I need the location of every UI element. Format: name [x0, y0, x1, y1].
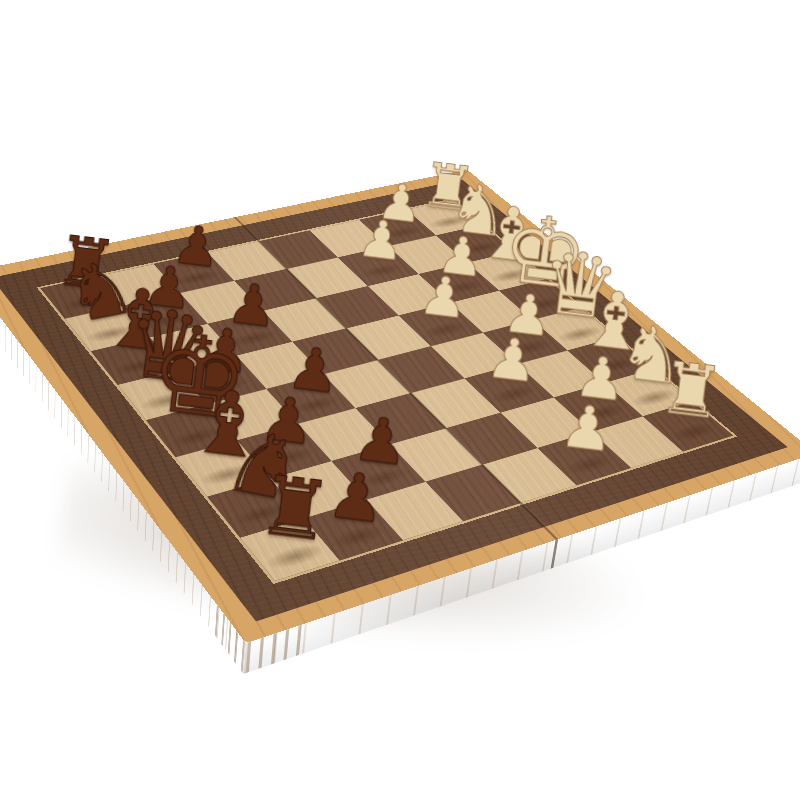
product-photo: ♜♟♟♜♞♟♟♞♝♟♟♝♛♟♟♚♚♟♟♛♝♟♟♝♞♟♟♞♜♟♟♜	[0, 0, 800, 800]
white-pawn-f2: ♟	[435, 228, 488, 286]
square-h4	[259, 230, 338, 269]
black-rook-a8: ♜	[254, 464, 336, 553]
white-knight-g1: ♞	[445, 172, 514, 247]
square-h1: ♜	[407, 200, 483, 236]
chess-board: ♜♟♟♜♞♟♟♞♝♟♟♝♛♟♟♚♚♟♟♛♝♟♟♝♞♟♟♞♜♟♟♜	[0, 169, 800, 643]
square-g3: ♟	[338, 246, 418, 285]
white-queen-d1: ♛	[536, 237, 624, 333]
square-d4	[378, 346, 465, 393]
square-e1: ♚	[499, 279, 581, 320]
piece-contact-shadow	[437, 277, 490, 297]
square-h3	[310, 220, 388, 258]
piece-contact-shadow	[424, 213, 474, 231]
white-rook-a1: ♜	[656, 351, 728, 430]
piece-contact-shadow	[518, 294, 571, 314]
hinge-seam-front	[551, 539, 559, 569]
white-rook-h1: ♜	[417, 153, 479, 221]
square-g4	[287, 258, 368, 298]
white-bishop-f1: ♝	[474, 194, 548, 274]
white-pawn-a3: ♟	[558, 396, 618, 462]
piece-contact-shadow	[376, 223, 427, 241]
white-pawn-h2: ♟	[375, 175, 426, 230]
white-pawn-c3: ♟	[484, 328, 541, 391]
piece-contact-shadow	[454, 239, 505, 258]
scene-tilt: ♜♟♟♜♞♟♟♞♝♟♟♝♛♟♟♚♚♟♟♛♝♟♟♝♞♟♟♞♜♟♟♜	[32, 14, 724, 706]
square-h5	[207, 241, 287, 281]
square-g5	[234, 269, 316, 311]
square-f2: ♟	[418, 262, 499, 302]
black-pawn-h6: ♟	[170, 217, 224, 276]
chess-set-scene: ♜♟♟♜♞♟♟♞♝♟♟♝♛♟♟♚♚♟♟♛♝♟♟♝♞♟♟♞♜♟♟♜	[58, 40, 698, 680]
white-king-e1: ♚	[498, 200, 593, 304]
white-pawn-e3: ♟	[416, 267, 471, 327]
square-g1: ♞	[436, 225, 514, 262]
square-f4	[316, 286, 399, 329]
square-f1: ♝	[467, 251, 547, 290]
square-h2: ♟	[359, 210, 436, 247]
square-f3	[368, 274, 450, 315]
white-pawn-g3: ♟	[355, 211, 408, 268]
square-e4	[346, 315, 431, 360]
piece-contact-shadow	[486, 266, 538, 285]
piece-contact-shadow	[418, 319, 473, 341]
square-g2	[388, 236, 467, 274]
square-e3: ♟	[399, 303, 483, 346]
piece-contact-shadow	[356, 261, 409, 281]
